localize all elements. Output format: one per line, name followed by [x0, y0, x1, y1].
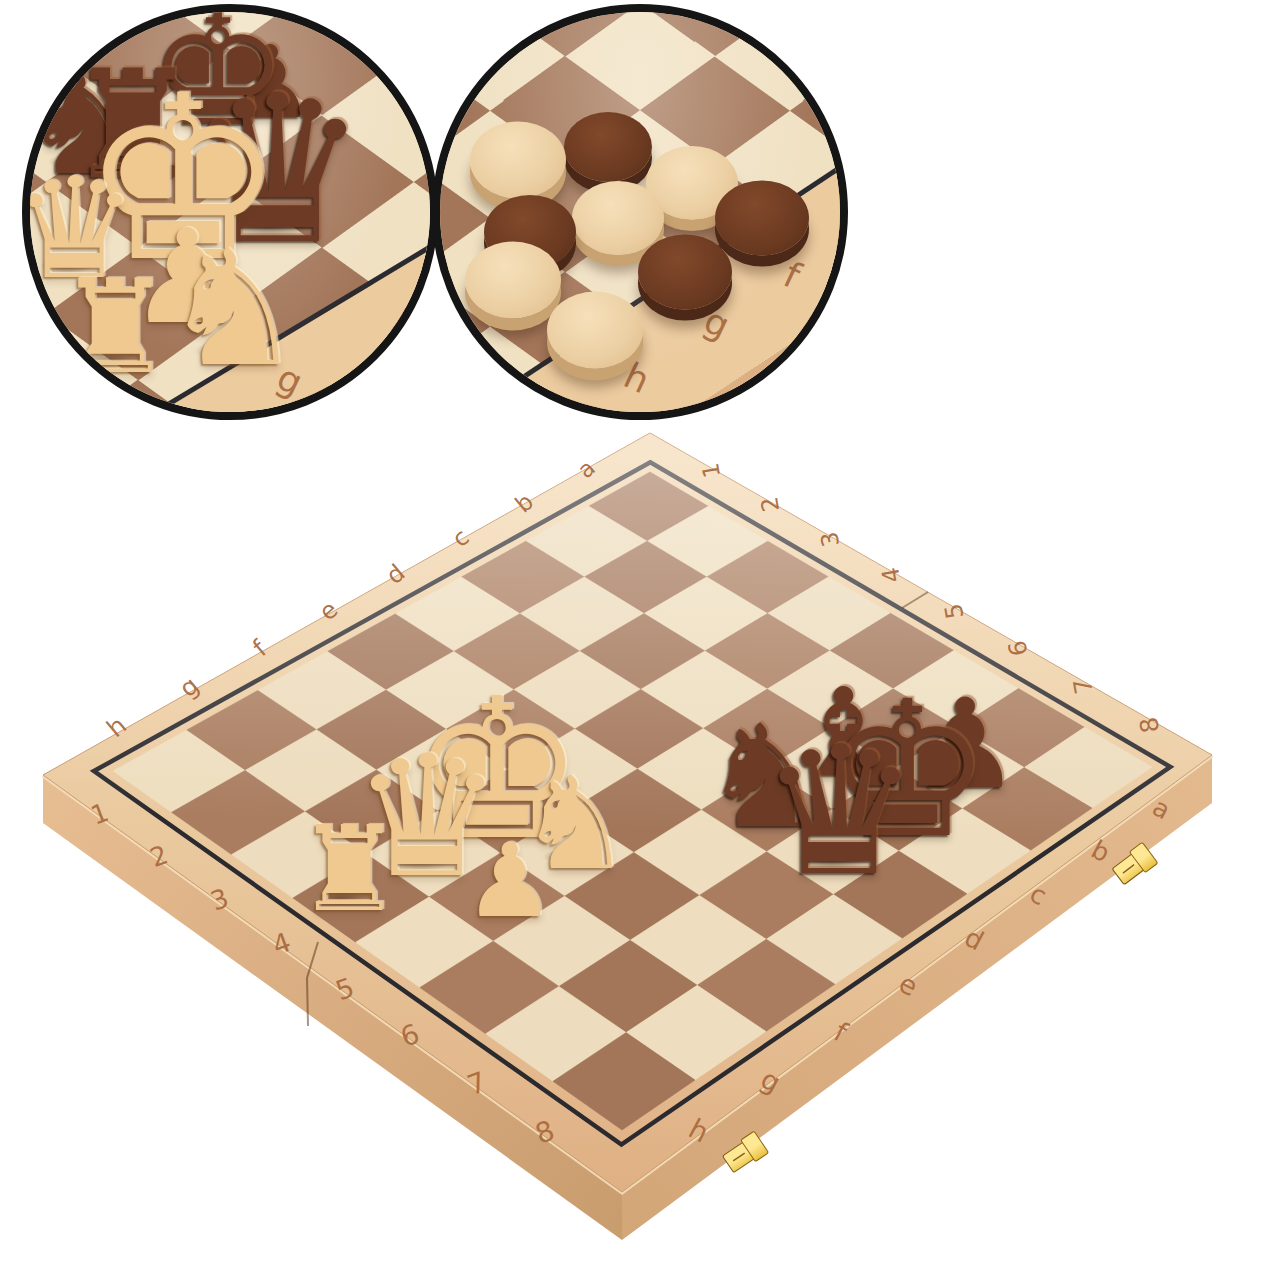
checkers-disc-light-8[interactable] [465, 242, 561, 319]
checkers-disc-dark-7[interactable] [638, 235, 732, 310]
checkers-disc-light-2[interactable] [470, 122, 566, 199]
checkers-disc-dark-5[interactable] [715, 181, 809, 256]
product-photo-stage: abcdefgh1234567812345678abcdefgh ♝♟♞♚♚♞♛… [0, 0, 1280, 1280]
checkers-disc-light-4[interactable] [572, 181, 664, 255]
inset-left-content: g♟♚♞♜♛♚♛♟♞♜ [30, 12, 430, 412]
h4-white-rook[interactable]: ♜ [296, 810, 402, 928]
d7-black-queen[interactable]: ♛ [760, 724, 920, 902]
white-knight[interactable]: ♞ [161, 229, 304, 389]
checkers-disc-light-9[interactable] [547, 292, 643, 369]
inset-chess-closeup: g♟♚♞♜♛♚♛♟♞♜ [22, 4, 438, 420]
checkers-disc-dark-1[interactable] [564, 112, 652, 182]
inset-right-content: hgf [440, 12, 840, 412]
inset-checkers-closeup: hgf [432, 4, 848, 420]
g5-white-pawn[interactable]: ♟ [464, 830, 555, 932]
